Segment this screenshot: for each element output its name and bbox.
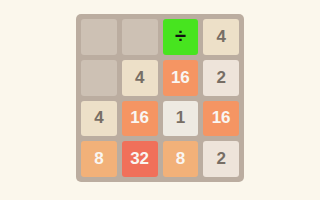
tile-8-r4c1: 8 xyxy=(81,141,117,177)
tile-4-r2c2: 4 xyxy=(122,60,158,96)
tile-1-r3c3: 1 xyxy=(163,101,199,137)
tile-8-r4c3: 8 xyxy=(163,141,199,177)
tile-2-r2c4: 2 xyxy=(203,60,239,96)
tile-4-r3c1: 4 xyxy=(81,101,117,137)
tile-16-r2c3: 16 xyxy=(163,60,199,96)
empty-cell-r2c1 xyxy=(81,60,117,96)
tile-2-r4c4: 2 xyxy=(203,141,239,177)
tile-32-r4c2: 32 xyxy=(122,141,158,177)
tile-16-r3c2: 16 xyxy=(122,101,158,137)
game-board[interactable]: ÷ 4 4 16 2 4 16 1 16 8 32 8 2 xyxy=(76,14,244,182)
empty-cell-r1c2 xyxy=(122,19,158,55)
tile-4-r1c4: 4 xyxy=(203,19,239,55)
divide-operator-tile-r1c3: ÷ xyxy=(163,19,199,55)
tile-16-r3c4: 16 xyxy=(203,101,239,137)
empty-cell-r1c1 xyxy=(81,19,117,55)
